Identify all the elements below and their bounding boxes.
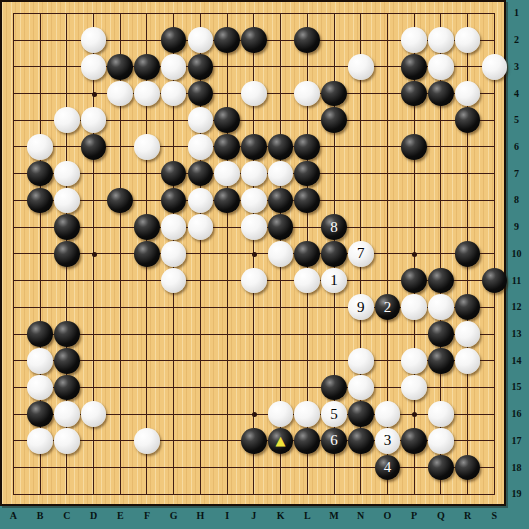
stone-F6[interactable] xyxy=(134,134,160,160)
stone-F10[interactable] xyxy=(134,241,160,267)
stone-F9[interactable] xyxy=(134,214,160,240)
row-label-15: 15 xyxy=(506,382,527,394)
go-board-app: 871925▲634 ABCDEFGHIJKLMNOPQRS 123456789… xyxy=(0,0,529,529)
stone-C9[interactable] xyxy=(54,214,80,240)
stone-K8[interactable] xyxy=(268,188,294,214)
stone-N15[interactable] xyxy=(348,375,374,401)
stone-H6[interactable] xyxy=(188,134,214,160)
stone-N14[interactable] xyxy=(348,348,374,374)
stone-P2[interactable] xyxy=(401,27,427,53)
row-label-6: 6 xyxy=(506,142,527,154)
stone-I7[interactable] xyxy=(214,161,240,187)
stone-Q18[interactable] xyxy=(428,455,454,481)
column-label-O: O xyxy=(374,511,401,521)
stone-M5[interactable] xyxy=(321,107,347,133)
stone-J4[interactable] xyxy=(241,81,267,107)
stone-K10[interactable] xyxy=(268,241,294,267)
stone-L11[interactable] xyxy=(294,268,320,294)
stone-O18[interactable]: 4 xyxy=(375,455,401,481)
stone-H3[interactable] xyxy=(188,54,214,80)
move-number-label: 9 xyxy=(357,300,365,315)
stone-O16[interactable] xyxy=(375,401,401,427)
stone-H7[interactable] xyxy=(188,161,214,187)
move-number-label: 3 xyxy=(384,433,392,448)
stone-M4[interactable] xyxy=(321,81,347,107)
stone-C14[interactable] xyxy=(54,348,80,374)
stone-M10[interactable] xyxy=(321,241,347,267)
stone-I6[interactable] xyxy=(214,134,240,160)
stone-Q3[interactable] xyxy=(428,54,454,80)
column-label-L: L xyxy=(294,511,321,521)
column-label-N: N xyxy=(347,511,374,521)
stone-O12[interactable]: 2 xyxy=(375,294,401,320)
stone-M17[interactable]: 6 xyxy=(321,428,347,454)
stone-E3[interactable] xyxy=(107,54,133,80)
stone-C16[interactable] xyxy=(54,401,80,427)
column-label-H: H xyxy=(187,511,214,521)
stone-Q4[interactable] xyxy=(428,81,454,107)
stone-R10[interactable] xyxy=(455,241,481,267)
stone-G7[interactable] xyxy=(161,161,187,187)
stone-G10[interactable] xyxy=(161,241,187,267)
column-label-B: B xyxy=(27,511,54,521)
stone-Q2[interactable] xyxy=(428,27,454,53)
stone-F17[interactable] xyxy=(134,428,160,454)
stone-R18[interactable] xyxy=(455,455,481,481)
row-label-8: 8 xyxy=(506,195,527,207)
stone-G9[interactable] xyxy=(161,214,187,240)
stones-grid: 871925▲634 xyxy=(0,0,508,508)
stone-J11[interactable] xyxy=(241,268,267,294)
stone-K7[interactable] xyxy=(268,161,294,187)
stone-E8[interactable] xyxy=(107,188,133,214)
stone-B14[interactable] xyxy=(27,348,53,374)
stone-L2[interactable] xyxy=(294,27,320,53)
stone-F3[interactable] xyxy=(134,54,160,80)
stone-H8[interactable] xyxy=(188,188,214,214)
triangle-marker-icon: ▲ xyxy=(276,434,286,447)
stone-N17[interactable] xyxy=(348,428,374,454)
stone-B7[interactable] xyxy=(27,161,53,187)
column-label-J: J xyxy=(240,511,267,521)
stone-R4[interactable] xyxy=(455,81,481,107)
move-number-label: 8 xyxy=(330,220,338,235)
stone-H2[interactable] xyxy=(188,27,214,53)
stone-B13[interactable] xyxy=(27,321,53,347)
row-label-12: 12 xyxy=(506,302,527,314)
stone-J8[interactable] xyxy=(241,188,267,214)
stone-D2[interactable] xyxy=(81,27,107,53)
stone-D6[interactable] xyxy=(81,134,107,160)
stone-S3[interactable] xyxy=(482,54,508,80)
column-label-P: P xyxy=(401,511,428,521)
stone-E4[interactable] xyxy=(107,81,133,107)
column-label-K: K xyxy=(267,511,294,521)
stone-R13[interactable] xyxy=(455,321,481,347)
move-number-label: 4 xyxy=(384,460,392,475)
stone-D3[interactable] xyxy=(81,54,107,80)
row-label-16: 16 xyxy=(506,409,527,421)
column-label-R: R xyxy=(454,511,481,521)
stone-K17[interactable]: ▲ xyxy=(268,428,294,454)
row-label-2: 2 xyxy=(506,35,527,47)
stone-P11[interactable] xyxy=(401,268,427,294)
row-label-14: 14 xyxy=(506,356,527,368)
stone-P17[interactable] xyxy=(401,428,427,454)
stone-Q13[interactable] xyxy=(428,321,454,347)
stone-Q14[interactable] xyxy=(428,348,454,374)
stone-P4[interactable] xyxy=(401,81,427,107)
stone-B8[interactable] xyxy=(27,188,53,214)
row-label-3: 3 xyxy=(506,62,527,74)
stone-R5[interactable] xyxy=(455,107,481,133)
stone-K9[interactable] xyxy=(268,214,294,240)
stone-P15[interactable] xyxy=(401,375,427,401)
stone-L8[interactable] xyxy=(294,188,320,214)
stone-L16[interactable] xyxy=(294,401,320,427)
stone-C17[interactable] xyxy=(54,428,80,454)
stone-J7[interactable] xyxy=(241,161,267,187)
stone-N3[interactable] xyxy=(348,54,374,80)
stone-L7[interactable] xyxy=(294,161,320,187)
stone-P3[interactable] xyxy=(401,54,427,80)
stone-P12[interactable] xyxy=(401,294,427,320)
stone-I2[interactable] xyxy=(214,27,240,53)
stone-Q16[interactable] xyxy=(428,401,454,427)
stone-L10[interactable] xyxy=(294,241,320,267)
stone-R12[interactable] xyxy=(455,294,481,320)
stone-C13[interactable] xyxy=(54,321,80,347)
stone-J17[interactable] xyxy=(241,428,267,454)
stone-B17[interactable] xyxy=(27,428,53,454)
stone-Q11[interactable] xyxy=(428,268,454,294)
stone-M16[interactable]: 5 xyxy=(321,401,347,427)
stone-M11[interactable]: 1 xyxy=(321,268,347,294)
row-label-5: 5 xyxy=(506,115,527,127)
stone-K6[interactable] xyxy=(268,134,294,160)
stone-C5[interactable] xyxy=(54,107,80,133)
row-label-4: 4 xyxy=(506,89,527,101)
stone-Q17[interactable] xyxy=(428,428,454,454)
stone-J9[interactable] xyxy=(241,214,267,240)
stone-D16[interactable] xyxy=(81,401,107,427)
column-label-F: F xyxy=(133,511,160,521)
stone-H5[interactable] xyxy=(188,107,214,133)
row-label-17: 17 xyxy=(506,436,527,448)
column-label-D: D xyxy=(80,511,107,521)
move-number-label: 2 xyxy=(384,300,392,315)
stone-Q12[interactable] xyxy=(428,294,454,320)
stone-J6[interactable] xyxy=(241,134,267,160)
stone-H4[interactable] xyxy=(188,81,214,107)
row-label-7: 7 xyxy=(506,169,527,181)
row-label-13: 13 xyxy=(506,329,527,341)
stone-S11[interactable] xyxy=(482,268,508,294)
move-number-label: 1 xyxy=(330,273,338,288)
stone-F4[interactable] xyxy=(134,81,160,107)
stone-B16[interactable] xyxy=(27,401,53,427)
stone-O17[interactable]: 3 xyxy=(375,428,401,454)
stone-I5[interactable] xyxy=(214,107,240,133)
column-label-Q: Q xyxy=(427,511,454,521)
stone-G8[interactable] xyxy=(161,188,187,214)
stone-I8[interactable] xyxy=(214,188,240,214)
column-coordinate-labels: ABCDEFGHIJKLMNOPQRS xyxy=(0,506,529,529)
stone-D5[interactable] xyxy=(81,107,107,133)
column-label-S: S xyxy=(481,511,508,521)
stone-P14[interactable] xyxy=(401,348,427,374)
column-label-C: C xyxy=(53,511,80,521)
stone-C7[interactable] xyxy=(54,161,80,187)
column-label-G: G xyxy=(160,511,187,521)
column-label-M: M xyxy=(321,511,348,521)
row-label-19: 19 xyxy=(506,489,527,501)
row-label-18: 18 xyxy=(506,463,527,475)
stone-N16[interactable] xyxy=(348,401,374,427)
move-number-label: 5 xyxy=(330,407,338,422)
stone-P6[interactable] xyxy=(401,134,427,160)
stone-H9[interactable] xyxy=(188,214,214,240)
stone-N10[interactable]: 7 xyxy=(348,241,374,267)
stone-G4[interactable] xyxy=(161,81,187,107)
stone-L6[interactable] xyxy=(294,134,320,160)
row-label-10: 10 xyxy=(506,249,527,261)
row-label-1: 1 xyxy=(506,8,527,20)
stone-L4[interactable] xyxy=(294,81,320,107)
stone-C15[interactable] xyxy=(54,375,80,401)
stone-N12[interactable]: 9 xyxy=(348,294,374,320)
stone-B6[interactable] xyxy=(27,134,53,160)
stone-L17[interactable] xyxy=(294,428,320,454)
stone-G11[interactable] xyxy=(161,268,187,294)
stone-R2[interactable] xyxy=(455,27,481,53)
stone-K16[interactable] xyxy=(268,401,294,427)
column-label-A: A xyxy=(0,511,27,521)
row-coordinate-labels: 12345678910111213141516171819 xyxy=(506,0,529,529)
move-number-label: 6 xyxy=(330,433,338,448)
stone-M15[interactable] xyxy=(321,375,347,401)
stone-G2[interactable] xyxy=(161,27,187,53)
row-label-9: 9 xyxy=(506,222,527,234)
move-number-label: 7 xyxy=(357,246,365,261)
stone-J2[interactable] xyxy=(241,27,267,53)
stone-B15[interactable] xyxy=(27,375,53,401)
column-label-I: I xyxy=(214,511,241,521)
stone-G3[interactable] xyxy=(161,54,187,80)
stone-R14[interactable] xyxy=(455,348,481,374)
stone-C10[interactable] xyxy=(54,241,80,267)
stone-M9[interactable]: 8 xyxy=(321,214,347,240)
row-label-11: 11 xyxy=(506,276,527,288)
column-label-E: E xyxy=(107,511,134,521)
stone-C8[interactable] xyxy=(54,188,80,214)
